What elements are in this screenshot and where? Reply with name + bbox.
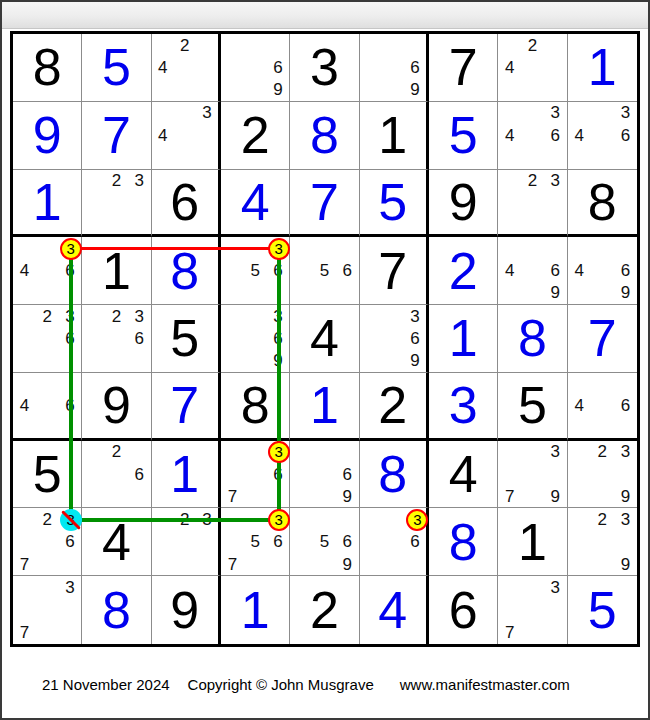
- pencil-marks: 34: [152, 102, 218, 169]
- pencil-mark-4: 4: [152, 124, 174, 146]
- cell-r6c5[interactable]: 1: [290, 373, 359, 441]
- solved-digit: 4: [221, 170, 289, 235]
- pencil-mark-6: 6: [59, 327, 82, 349]
- pencil-marks: 2367: [13, 508, 81, 575]
- pencil-mark-6: 6: [544, 124, 567, 146]
- pencil-mark-3: 3: [614, 102, 637, 124]
- given-digit: 3: [290, 34, 358, 101]
- pencil-mark-3: 3: [544, 441, 567, 463]
- solved-digit: 9: [13, 102, 81, 169]
- cell-r3c3[interactable]: 6: [152, 170, 221, 238]
- pencil-mark-4: 4: [498, 124, 521, 146]
- pencil-marks: 346: [13, 237, 81, 304]
- pencil-mark-3: 3: [267, 508, 290, 530]
- solved-digit: 5: [82, 34, 150, 101]
- pencil-marks: 46: [568, 373, 637, 438]
- pencil-mark-6: 6: [404, 531, 426, 553]
- pencil-marks: 239: [568, 508, 637, 575]
- given-digit: 4: [82, 508, 150, 575]
- footer-copyright: Copyright © John Musgrave: [188, 676, 374, 693]
- pencil-mark-6: 6: [267, 327, 290, 349]
- given-digit: 2: [360, 373, 426, 438]
- cell-r1c4[interactable]: 69: [221, 34, 290, 102]
- pencil-mark-2: 2: [36, 305, 59, 327]
- pencil-mark-6: 6: [128, 463, 151, 485]
- cell-r2c5[interactable]: 8: [290, 102, 359, 170]
- pencil-marks: 23: [82, 170, 150, 235]
- pencil-marks: 69: [221, 34, 289, 101]
- pencil-mark-6: 6: [59, 394, 82, 416]
- cell-r1c3[interactable]: 24: [152, 34, 221, 102]
- cell-r5c1[interactable]: 236: [13, 305, 82, 373]
- pencil-mark-3: 3: [614, 508, 637, 530]
- cell-r3c8[interactable]: 23: [498, 170, 567, 238]
- cell-r2c4[interactable]: 2: [221, 102, 290, 170]
- pencil-mark-9: 9: [404, 350, 426, 372]
- cell-r4c8[interactable]: 469: [498, 237, 567, 305]
- solved-digit: 7: [290, 170, 358, 235]
- solved-digit: 1: [568, 34, 637, 101]
- pencil-mark-3: 3: [59, 305, 82, 327]
- pencil-marks: 236: [82, 305, 150, 372]
- pencil-marks: 56: [290, 237, 358, 304]
- pencil-marks: 369: [360, 305, 426, 372]
- cell-r6c9[interactable]: 46: [568, 373, 637, 441]
- pencil-mark-6: 6: [336, 531, 359, 553]
- pencil-mark-4: 4: [568, 260, 591, 282]
- pencil-mark-3: 3: [128, 170, 151, 192]
- cell-r9c6[interactable]: 4: [360, 576, 429, 644]
- given-digit: 6: [429, 576, 497, 644]
- pencil-mark-7: 7: [13, 553, 36, 575]
- cell-r6c4[interactable]: 8: [221, 373, 290, 441]
- solved-digit: 2: [429, 237, 497, 304]
- pencil-mark-3: 3: [267, 441, 290, 463]
- pencil-marks: 356: [221, 237, 289, 304]
- solved-digit: 8: [290, 102, 358, 169]
- cell-r6c6[interactable]: 2: [360, 373, 429, 441]
- given-digit: 8: [221, 373, 289, 438]
- pencil-marks: 569: [290, 508, 358, 575]
- cell-r1c2[interactable]: 5: [82, 34, 151, 102]
- pencil-mark-6: 6: [267, 531, 290, 553]
- pencil-mark-4: 4: [152, 56, 174, 78]
- pencil-mark-3: 3: [59, 508, 82, 530]
- cell-r3c1[interactable]: 1: [13, 170, 82, 238]
- pencil-marks: 37: [13, 576, 81, 644]
- cell-r9c1[interactable]: 37: [13, 576, 82, 644]
- cell-r5c3[interactable]: 5: [152, 305, 221, 373]
- pencil-marks: 236: [13, 305, 81, 372]
- pencil-mark-5: 5: [313, 260, 336, 282]
- pencil-marks: 23: [152, 508, 218, 575]
- pencil-mark-3: 3: [267, 305, 290, 327]
- cell-r5c5[interactable]: 4: [290, 305, 359, 373]
- cell-r3c2[interactable]: 23: [82, 170, 151, 238]
- sudoku-board: 8524693697241973428153463461236475923834…: [10, 31, 640, 647]
- pencil-mark-9: 9: [336, 485, 359, 507]
- cell-r1c8[interactable]: 24: [498, 34, 567, 102]
- cell-r7c5[interactable]: 69: [290, 441, 359, 509]
- cell-r4c6[interactable]: 7: [360, 237, 429, 305]
- solved-digit: 5: [568, 576, 637, 644]
- pencil-mark-6: 6: [267, 463, 290, 485]
- cell-r6c2[interactable]: 9: [82, 373, 151, 441]
- cell-r9c3[interactable]: 9: [152, 576, 221, 644]
- given-digit: 5: [152, 305, 218, 372]
- pencil-mark-6: 6: [614, 124, 637, 146]
- pencil-mark-2: 2: [36, 508, 59, 530]
- pencil-marks: 469: [568, 237, 637, 304]
- pencil-mark-3: 3: [196, 508, 218, 530]
- pencil-mark-6: 6: [614, 394, 637, 416]
- pencil-marks: 26: [82, 441, 150, 508]
- cell-r4c3[interactable]: 8: [152, 237, 221, 305]
- cell-r4c4[interactable]: 356: [221, 237, 290, 305]
- pencil-mark-2: 2: [105, 305, 128, 327]
- pencil-mark-3: 3: [544, 576, 567, 599]
- solved-digit: 7: [152, 373, 218, 438]
- pencil-mark-6: 6: [336, 463, 359, 485]
- pencil-mark-6: 6: [614, 260, 637, 282]
- cell-r9c9[interactable]: 5: [568, 576, 637, 644]
- pencil-mark-3: 3: [196, 102, 218, 124]
- cell-r1c6[interactable]: 69: [360, 34, 429, 102]
- pencil-marks: 469: [498, 237, 566, 304]
- pencil-mark-6: 6: [336, 260, 359, 282]
- cell-r7c1[interactable]: 5: [13, 441, 82, 509]
- cell-r8c3[interactable]: 23: [152, 508, 221, 576]
- pencil-mark-2: 2: [521, 34, 544, 56]
- pencil-mark-3: 3: [544, 102, 567, 124]
- cell-r7c3[interactable]: 1: [152, 441, 221, 509]
- pencil-mark-7: 7: [221, 485, 244, 507]
- pencil-mark-3: 3: [59, 576, 82, 599]
- solved-digit: 3: [429, 373, 497, 438]
- pencil-mark-2: 2: [105, 170, 128, 192]
- pencil-mark-2: 2: [105, 441, 128, 463]
- solved-digit: 8: [429, 508, 497, 575]
- pencil-mark-2: 2: [521, 170, 544, 192]
- given-digit: 1: [360, 102, 426, 169]
- cell-r3c4[interactable]: 4: [221, 170, 290, 238]
- cell-r9c5[interactable]: 2: [290, 576, 359, 644]
- pencil-marks: 239: [568, 441, 637, 508]
- given-digit: 8: [13, 34, 81, 101]
- solved-digit: 1: [290, 373, 358, 438]
- cell-r3c9[interactable]: 8: [568, 170, 637, 238]
- cell-r2c1[interactable]: 9: [13, 102, 82, 170]
- pencil-marks: 23: [498, 170, 566, 235]
- cell-r2c3[interactable]: 34: [152, 102, 221, 170]
- cell-r4c7[interactable]: 2: [429, 237, 498, 305]
- pencil-marks: 369: [221, 305, 289, 372]
- cell-r5c8[interactable]: 8: [498, 305, 567, 373]
- given-digit: 6: [152, 170, 218, 235]
- solved-digit: 8: [498, 305, 566, 372]
- cell-r3c5[interactable]: 7: [290, 170, 359, 238]
- cell-r5c4[interactable]: 369: [221, 305, 290, 373]
- pencil-mark-6: 6: [59, 531, 82, 553]
- solved-digit: 5: [429, 102, 497, 169]
- solved-digit: 1: [152, 441, 218, 508]
- pencil-mark-7: 7: [498, 621, 521, 644]
- solved-digit: 8: [152, 237, 218, 304]
- cell-r4c5[interactable]: 56: [290, 237, 359, 305]
- given-digit: 1: [498, 508, 566, 575]
- solved-digit: 7: [82, 102, 150, 169]
- solved-digit: 8: [82, 576, 150, 644]
- given-digit: 1: [82, 237, 150, 304]
- cell-r1c1[interactable]: 8: [13, 34, 82, 102]
- pencil-mark-9: 9: [544, 282, 567, 304]
- cell-r5c9[interactable]: 7: [568, 305, 637, 373]
- given-digit: 7: [360, 237, 426, 304]
- cell-r7c7[interactable]: 4: [429, 441, 498, 509]
- cell-r5c6[interactable]: 369: [360, 305, 429, 373]
- cell-r8c5[interactable]: 569: [290, 508, 359, 576]
- solved-digit: 5: [360, 170, 426, 235]
- pencil-mark-6: 6: [404, 56, 426, 78]
- given-digit: 4: [429, 441, 497, 508]
- pencil-marks: 346: [498, 102, 566, 169]
- cell-r6c1[interactable]: 46: [13, 373, 82, 441]
- cell-r8c6[interactable]: 36: [360, 508, 429, 576]
- cell-r1c7[interactable]: 7: [429, 34, 498, 102]
- given-digit: 5: [498, 373, 566, 438]
- pencil-mark-6: 6: [59, 260, 82, 282]
- cell-r2c7[interactable]: 5: [429, 102, 498, 170]
- cell-r9c2[interactable]: 8: [82, 576, 151, 644]
- pencil-mark-2: 2: [174, 508, 196, 530]
- pencil-mark-9: 9: [404, 79, 426, 101]
- cell-r1c5[interactable]: 3: [290, 34, 359, 102]
- solved-digit: 1: [221, 576, 289, 644]
- pencil-mark-9: 9: [336, 553, 359, 575]
- pencil-marks: 69: [360, 34, 426, 101]
- cell-r5c7[interactable]: 1: [429, 305, 498, 373]
- solved-digit: 4: [360, 576, 426, 644]
- given-digit: 2: [290, 576, 358, 644]
- pencil-mark-4: 4: [13, 260, 36, 282]
- pencil-mark-6: 6: [128, 327, 151, 349]
- pencil-mark-2: 2: [591, 441, 614, 463]
- pencil-mark-3: 3: [267, 237, 290, 259]
- pencil-marks: 37: [498, 576, 566, 644]
- pencil-mark-4: 4: [498, 56, 521, 78]
- pencil-marks: 379: [498, 441, 566, 508]
- cell-r7c6[interactable]: 8: [360, 441, 429, 509]
- pencil-mark-2: 2: [591, 508, 614, 530]
- cell-r8c1[interactable]: 2367: [13, 508, 82, 576]
- cell-r8c4[interactable]: 3567: [221, 508, 290, 576]
- cell-r7c2[interactable]: 26: [82, 441, 151, 509]
- solved-digit: 7: [568, 305, 637, 372]
- cell-r4c1[interactable]: 346: [13, 237, 82, 305]
- pencil-mark-9: 9: [614, 282, 637, 304]
- cell-r1c9[interactable]: 1: [568, 34, 637, 102]
- cell-r6c3[interactable]: 7: [152, 373, 221, 441]
- pencil-mark-4: 4: [498, 260, 521, 282]
- given-digit: 7: [429, 34, 497, 101]
- given-digit: 9: [429, 170, 497, 235]
- pencil-mark-2: 2: [174, 34, 196, 56]
- pencil-mark-4: 4: [568, 124, 591, 146]
- cell-r7c9[interactable]: 239: [568, 441, 637, 509]
- pencil-mark-4: 4: [13, 394, 36, 416]
- pencil-mark-3: 3: [614, 441, 637, 463]
- solved-digit: 8: [360, 441, 426, 508]
- pencil-mark-4: 4: [568, 394, 591, 416]
- pencil-mark-5: 5: [313, 531, 336, 553]
- pencil-mark-3: 3: [128, 305, 151, 327]
- cell-r2c9[interactable]: 346: [568, 102, 637, 170]
- pencil-mark-9: 9: [267, 79, 290, 101]
- cell-r8c2[interactable]: 4: [82, 508, 151, 576]
- cell-r4c9[interactable]: 469: [568, 237, 637, 305]
- pencil-mark-6: 6: [404, 327, 426, 349]
- pencil-mark-3: 3: [404, 508, 426, 530]
- cell-r6c8[interactable]: 5: [498, 373, 567, 441]
- cell-r8c9[interactable]: 239: [568, 508, 637, 576]
- pencil-marks: 24: [498, 34, 566, 101]
- pencil-mark-7: 7: [498, 485, 521, 507]
- pencil-mark-5: 5: [244, 531, 267, 553]
- cell-r9c7[interactable]: 6: [429, 576, 498, 644]
- cell-r9c8[interactable]: 37: [498, 576, 567, 644]
- pencil-mark-3: 3: [59, 237, 82, 259]
- pencil-marks: 36: [360, 508, 426, 575]
- pencil-mark-3: 3: [544, 170, 567, 192]
- pencil-mark-5: 5: [244, 260, 267, 282]
- pencil-mark-9: 9: [614, 553, 637, 575]
- solved-digit: 1: [429, 305, 497, 372]
- app-window: 8524693697241973428153463461236475923834…: [0, 0, 650, 720]
- given-digit: 4: [290, 305, 358, 372]
- pencil-mark-7: 7: [221, 553, 244, 575]
- cell-r2c6[interactable]: 1: [360, 102, 429, 170]
- cell-r4c2[interactable]: 1: [82, 237, 151, 305]
- pencil-mark-9: 9: [267, 350, 290, 372]
- footer: 21 November 2024Copyright © John Musgrav…: [42, 676, 570, 693]
- pencil-marks: 3567: [221, 508, 289, 575]
- given-digit: 5: [13, 441, 81, 508]
- pencil-mark-9: 9: [614, 485, 637, 507]
- toolbar: [2, 2, 648, 29]
- pencil-marks: 24: [152, 34, 218, 101]
- pencil-marks: 69: [290, 441, 358, 508]
- cell-r9c4[interactable]: 1: [221, 576, 290, 644]
- cell-r7c8[interactable]: 379: [498, 441, 567, 509]
- cell-r8c8[interactable]: 1: [498, 508, 567, 576]
- pencil-marks: 46: [13, 373, 81, 438]
- pencil-mark-3: 3: [404, 305, 426, 327]
- footer-website: www.manifestmaster.com: [400, 676, 570, 693]
- cell-r3c6[interactable]: 5: [360, 170, 429, 238]
- cell-r8c7[interactable]: 8: [429, 508, 498, 576]
- pencil-mark-6: 6: [267, 56, 290, 78]
- pencil-mark-6: 6: [267, 260, 290, 282]
- pencil-marks: 346: [568, 102, 637, 169]
- pencil-mark-6: 6: [544, 260, 567, 282]
- footer-date: 21 November 2024: [42, 676, 170, 693]
- given-digit: 2: [221, 102, 289, 169]
- cell-r6c7[interactable]: 3: [429, 373, 498, 441]
- given-digit: 9: [82, 373, 150, 438]
- pencil-mark-7: 7: [13, 621, 36, 644]
- cell-r7c4[interactable]: 367: [221, 441, 290, 509]
- given-digit: 8: [568, 170, 637, 235]
- solved-digit: 1: [13, 170, 81, 235]
- pencil-mark-9: 9: [544, 485, 567, 507]
- pencil-marks: 367: [221, 441, 289, 508]
- cell-r3c7[interactable]: 9: [429, 170, 498, 238]
- cell-r2c8[interactable]: 346: [498, 102, 567, 170]
- given-digit: 9: [152, 576, 218, 644]
- cell-r2c2[interactable]: 7: [82, 102, 151, 170]
- cell-r5c2[interactable]: 236: [82, 305, 151, 373]
